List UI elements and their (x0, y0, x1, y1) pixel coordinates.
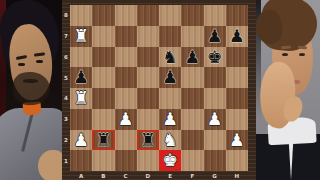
left-player-eye (36, 60, 43, 63)
square-c4[interactable] (115, 88, 137, 109)
right-player-photo (256, 0, 320, 180)
left-player-hand (38, 150, 62, 180)
white-knight[interactable]: ♞ (159, 130, 181, 151)
file-label-g: G (204, 171, 226, 180)
black-pawn[interactable]: ♟ (204, 26, 226, 47)
square-a4[interactable]: ♜ (70, 88, 92, 109)
square-f5[interactable] (181, 67, 203, 88)
white-pawn[interactable]: ♟ (226, 130, 248, 151)
rank-coordinates: 87654321 (62, 5, 70, 171)
square-f4[interactable] (181, 88, 203, 109)
square-h4[interactable] (226, 88, 248, 109)
square-f2[interactable] (181, 130, 203, 151)
square-b2[interactable]: ♜ (92, 130, 114, 151)
black-rook[interactable]: ♜ (137, 130, 159, 151)
square-c8[interactable] (115, 5, 137, 26)
square-f6[interactable]: ♟ (181, 47, 203, 68)
square-h1[interactable] (226, 150, 248, 171)
white-pawn[interactable]: ♟ (70, 130, 92, 151)
black-pawn[interactable]: ♟ (70, 67, 92, 88)
board-grid: ♜♟♟♞♟♚♟♟♜♟♟♟♟♜♜♞♟♚ (70, 5, 248, 171)
square-h2[interactable]: ♟ (226, 130, 248, 151)
square-d2[interactable]: ♜ (137, 130, 159, 151)
white-rook[interactable]: ♜ (70, 88, 92, 109)
square-c1[interactable] (115, 150, 137, 171)
square-c5[interactable] (115, 67, 137, 88)
square-e5[interactable]: ♟ (159, 67, 181, 88)
square-g8[interactable] (204, 5, 226, 26)
file-label-f: F (181, 171, 203, 180)
square-h7[interactable]: ♟ (226, 26, 248, 47)
square-f8[interactable] (181, 5, 203, 26)
square-e6[interactable]: ♞ (159, 47, 181, 68)
rank-label-6: 6 (62, 47, 70, 68)
square-f1[interactable] (181, 150, 203, 171)
square-e2[interactable]: ♞ (159, 130, 181, 151)
square-e1[interactable]: ♚ (159, 150, 181, 171)
square-h8[interactable] (226, 5, 248, 26)
white-pawn[interactable]: ♟ (159, 109, 181, 130)
white-pawn[interactable]: ♟ (204, 109, 226, 130)
rank-label-4: 4 (62, 88, 70, 109)
square-c2[interactable] (115, 130, 137, 151)
square-a5[interactable]: ♟ (70, 67, 92, 88)
file-label-e: E (159, 171, 181, 180)
black-pawn[interactable]: ♟ (159, 67, 181, 88)
square-g5[interactable] (204, 67, 226, 88)
square-h6[interactable] (226, 47, 248, 68)
black-pawn[interactable]: ♟ (226, 26, 248, 47)
square-b1[interactable] (92, 150, 114, 171)
square-g6[interactable]: ♚ (204, 47, 226, 68)
file-label-h: H (226, 171, 248, 180)
rank-label-1: 1 (62, 150, 70, 171)
square-f7[interactable] (181, 26, 203, 47)
square-d7[interactable] (137, 26, 159, 47)
square-d1[interactable] (137, 150, 159, 171)
square-g3[interactable]: ♟ (204, 109, 226, 130)
square-c7[interactable] (115, 26, 137, 47)
square-a7[interactable]: ♜ (70, 26, 92, 47)
square-e7[interactable] (159, 26, 181, 47)
square-d8[interactable] (137, 5, 159, 26)
white-pawn[interactable]: ♟ (115, 109, 137, 130)
square-d3[interactable] (137, 109, 159, 130)
square-e3[interactable]: ♟ (159, 109, 181, 130)
square-a2[interactable]: ♟ (70, 130, 92, 151)
square-h3[interactable] (226, 109, 248, 130)
square-f3[interactable] (181, 109, 203, 130)
right-player-eye (299, 53, 305, 56)
square-b6[interactable] (92, 47, 114, 68)
white-rook[interactable]: ♜ (70, 26, 92, 47)
rank-label-3: 3 (62, 109, 70, 130)
square-c6[interactable] (115, 47, 137, 68)
file-label-a: A (70, 171, 92, 180)
right-player-eye (282, 53, 288, 56)
square-e8[interactable] (159, 5, 181, 26)
chess-board: 87654321 ♜♟♟♞♟♚♟♟♜♟♟♟♟♜♜♞♟♚ ABCDEFGH (62, 0, 256, 180)
square-e4[interactable] (159, 88, 181, 109)
square-b8[interactable] (92, 5, 114, 26)
square-d6[interactable] (137, 47, 159, 68)
square-a6[interactable] (70, 47, 92, 68)
square-b3[interactable] (92, 109, 114, 130)
black-knight[interactable]: ♞ (159, 47, 181, 68)
square-h5[interactable] (226, 67, 248, 88)
file-coordinates: ABCDEFGH (70, 171, 248, 180)
rank-label-5: 5 (62, 67, 70, 88)
white-king[interactable]: ♚ (159, 150, 181, 171)
left-player-photo (0, 0, 62, 180)
rank-label-2: 2 (62, 130, 70, 151)
file-label-d: D (137, 171, 159, 180)
video-frame: 87654321 ♜♟♟♞♟♚♟♟♜♟♟♟♟♜♜♞♟♚ ABCDEFGH (0, 0, 320, 180)
square-g7[interactable]: ♟ (204, 26, 226, 47)
rank-label-8: 8 (62, 5, 70, 26)
square-a1[interactable] (70, 150, 92, 171)
square-b5[interactable] (92, 67, 114, 88)
square-b4[interactable] (92, 88, 114, 109)
square-g4[interactable] (204, 88, 226, 109)
square-b7[interactable] (92, 26, 114, 47)
file-label-c: C (115, 171, 137, 180)
square-c3[interactable]: ♟ (115, 109, 137, 130)
left-player-eye (18, 63, 25, 66)
black-rook[interactable]: ♜ (92, 130, 114, 151)
file-label-b: B (92, 171, 114, 180)
square-g1[interactable] (204, 150, 226, 171)
square-a8[interactable] (70, 5, 92, 26)
rank-label-7: 7 (62, 26, 70, 47)
black-pawn[interactable]: ♟ (181, 47, 203, 68)
square-a3[interactable] (70, 109, 92, 130)
square-d5[interactable] (137, 67, 159, 88)
square-g2[interactable] (204, 130, 226, 151)
square-d4[interactable] (137, 88, 159, 109)
black-king[interactable]: ♚ (204, 47, 226, 68)
